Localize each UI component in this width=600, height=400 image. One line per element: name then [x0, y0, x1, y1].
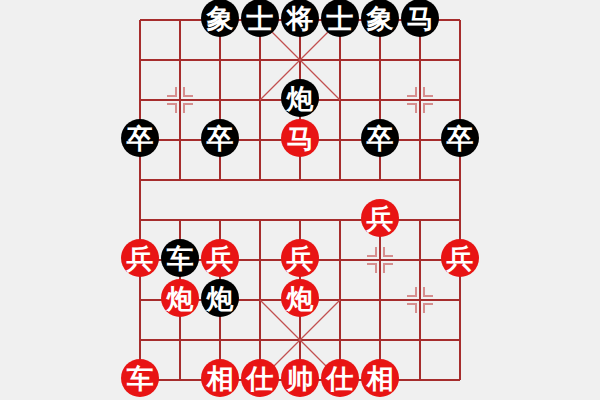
piece-red-cannon[interactable]: 炮	[161, 279, 199, 317]
piece-black-cannon[interactable]: 炮	[201, 279, 239, 317]
piece-black-soldier[interactable]: 卒	[201, 119, 239, 157]
piece-black-soldier[interactable]: 卒	[121, 119, 159, 157]
piece-red-general[interactable]: 帅	[281, 359, 319, 397]
piece-black-general[interactable]: 将	[281, 0, 319, 37]
piece-black-soldier[interactable]: 卒	[361, 119, 399, 157]
piece-red-soldier[interactable]: 兵	[201, 239, 239, 277]
piece-red-soldier[interactable]: 兵	[361, 199, 399, 237]
piece-red-soldier[interactable]: 兵	[441, 239, 479, 277]
piece-red-advisor[interactable]: 仕	[241, 359, 279, 397]
piece-red-advisor[interactable]: 仕	[321, 359, 359, 397]
piece-black-elephant[interactable]: 象	[201, 0, 239, 37]
piece-black-advisor[interactable]: 士	[321, 0, 359, 37]
piece-red-soldier[interactable]: 兵	[121, 239, 159, 277]
piece-black-elephant[interactable]: 象	[361, 0, 399, 37]
piece-red-horse[interactable]: 马	[281, 119, 319, 157]
piece-black-advisor[interactable]: 士	[241, 0, 279, 37]
piece-red-chariot[interactable]: 车	[121, 359, 159, 397]
piece-black-cannon[interactable]: 炮	[281, 79, 319, 117]
piece-black-soldier[interactable]: 卒	[441, 119, 479, 157]
xiangqi-board: 象士将士象马炮卒卒马卒卒兵兵车兵兵兵炮炮炮车相仕帅仕相	[0, 0, 600, 400]
piece-black-horse[interactable]: 马	[401, 0, 439, 37]
piece-red-soldier[interactable]: 兵	[281, 239, 319, 277]
pieces-layer: 象士将士象马炮卒卒马卒卒兵兵车兵兵兵炮炮炮车相仕帅仕相	[0, 0, 600, 400]
piece-red-cannon[interactable]: 炮	[281, 279, 319, 317]
piece-red-elephant[interactable]: 相	[201, 359, 239, 397]
piece-red-elephant[interactable]: 相	[361, 359, 399, 397]
piece-black-chariot[interactable]: 车	[161, 239, 199, 277]
